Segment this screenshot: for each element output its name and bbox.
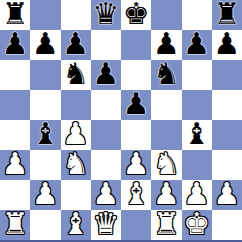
square-e7[interactable] <box>121 30 151 60</box>
square-d1[interactable]: ♛ <box>91 210 121 240</box>
square-h5[interactable] <box>212 90 242 120</box>
piece-white-pawn[interactable]: ♟ <box>183 179 210 209</box>
square-h2[interactable]: ♟ <box>212 180 242 210</box>
piece-black-king[interactable]: ♚ <box>123 0 150 29</box>
square-h4[interactable] <box>212 120 242 150</box>
piece-white-pawn[interactable]: ♟ <box>92 179 119 209</box>
square-h1[interactable] <box>212 210 242 240</box>
square-c1[interactable]: ♝ <box>61 210 91 240</box>
square-a5[interactable] <box>0 90 30 120</box>
square-g1[interactable]: ♚ <box>182 210 212 240</box>
piece-black-pawn[interactable]: ♟ <box>123 89 150 119</box>
piece-white-pawn[interactable]: ♟ <box>62 119 89 149</box>
piece-black-pawn[interactable]: ♟ <box>92 59 119 89</box>
square-b2[interactable]: ♟ <box>30 180 60 210</box>
square-e5[interactable]: ♟ <box>121 90 151 120</box>
square-a3[interactable]: ♟ <box>0 150 30 180</box>
piece-white-pawn[interactable]: ♟ <box>2 149 29 179</box>
square-a1[interactable]: ♜ <box>0 210 30 240</box>
piece-white-rook[interactable]: ♜ <box>153 209 180 239</box>
square-a6[interactable] <box>0 60 30 90</box>
piece-black-queen[interactable]: ♛ <box>92 0 119 29</box>
piece-white-bishop[interactable]: ♝ <box>62 209 89 239</box>
piece-white-pawn[interactable]: ♟ <box>123 149 150 179</box>
piece-black-knight[interactable]: ♞ <box>153 59 180 89</box>
piece-white-pawn[interactable]: ♟ <box>213 179 240 209</box>
square-b4[interactable]: ♝ <box>30 120 60 150</box>
piece-black-pawn[interactable]: ♟ <box>2 29 29 59</box>
square-f1[interactable]: ♜ <box>151 210 181 240</box>
square-g4[interactable]: ♝ <box>182 120 212 150</box>
square-c3[interactable]: ♞ <box>61 150 91 180</box>
piece-black-rook[interactable]: ♜ <box>2 0 29 29</box>
square-f5[interactable] <box>151 90 181 120</box>
piece-white-king[interactable]: ♚ <box>183 209 210 239</box>
piece-white-bishop[interactable]: ♝ <box>123 179 150 209</box>
piece-black-pawn[interactable]: ♟ <box>213 29 240 59</box>
square-g6[interactable] <box>182 60 212 90</box>
piece-black-pawn[interactable]: ♟ <box>32 29 59 59</box>
piece-black-bishop[interactable]: ♝ <box>32 119 59 149</box>
square-d6[interactable]: ♟ <box>91 60 121 90</box>
square-e2[interactable]: ♝ <box>121 180 151 210</box>
piece-black-bishop[interactable]: ♝ <box>183 119 210 149</box>
piece-black-pawn[interactable]: ♟ <box>183 29 210 59</box>
square-d4[interactable] <box>91 120 121 150</box>
piece-black-rook[interactable]: ♜ <box>213 0 240 29</box>
chess-board: ♜♛♚♜♟♟♟♟♟♟♞♟♞♟♝♟♝♟♞♟♞♟♟♝♟♟♟♜♝♛♜♚ <box>0 0 242 242</box>
piece-white-knight[interactable]: ♞ <box>153 149 180 179</box>
piece-black-pawn[interactable]: ♟ <box>153 29 180 59</box>
square-d5[interactable] <box>91 90 121 120</box>
square-c6[interactable]: ♞ <box>61 60 91 90</box>
piece-white-queen[interactable]: ♛ <box>92 209 119 239</box>
square-b7[interactable]: ♟ <box>30 30 60 60</box>
piece-white-pawn[interactable]: ♟ <box>32 179 59 209</box>
square-b1[interactable] <box>30 210 60 240</box>
chess-board-container: ♜♛♚♜♟♟♟♟♟♟♞♟♞♟♝♟♝♟♞♟♞♟♟♝♟♟♟♜♝♛♜♚ <box>0 0 242 242</box>
square-e1[interactable] <box>121 210 151 240</box>
square-b6[interactable] <box>30 60 60 90</box>
square-h7[interactable]: ♟ <box>212 30 242 60</box>
square-h6[interactable] <box>212 60 242 90</box>
square-e8[interactable]: ♚ <box>121 0 151 30</box>
piece-white-knight[interactable]: ♞ <box>62 149 89 179</box>
square-g7[interactable]: ♟ <box>182 30 212 60</box>
piece-white-rook[interactable]: ♜ <box>2 209 29 239</box>
square-d8[interactable]: ♛ <box>91 0 121 30</box>
piece-black-pawn[interactable]: ♟ <box>62 29 89 59</box>
square-a7[interactable]: ♟ <box>0 30 30 60</box>
piece-white-pawn[interactable]: ♟ <box>153 179 180 209</box>
piece-black-knight[interactable]: ♞ <box>62 59 89 89</box>
square-f6[interactable]: ♞ <box>151 60 181 90</box>
